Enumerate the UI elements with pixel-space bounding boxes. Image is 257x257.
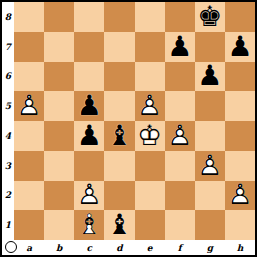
white-pawn-outline: ♙: [225, 181, 255, 211]
white-pawn-outline: ♙: [195, 151, 225, 181]
square-f8[interactable]: [165, 2, 195, 32]
white-to-move-indicator: [5, 241, 17, 253]
file-label-h: h: [225, 240, 255, 255]
file-label-e: e: [135, 240, 165, 255]
white-pawn[interactable]: ♟♙: [14, 91, 44, 121]
square-c5[interactable]: ♟: [74, 91, 104, 121]
square-h5[interactable]: [225, 91, 255, 121]
square-f3[interactable]: [165, 151, 195, 181]
square-f5[interactable]: [165, 91, 195, 121]
black-pawn[interactable]: ♟: [225, 32, 255, 62]
square-a8[interactable]: [14, 2, 44, 32]
square-g3[interactable]: ♟♙: [195, 151, 225, 181]
square-a3[interactable]: [14, 151, 44, 181]
square-c7[interactable]: [74, 32, 104, 62]
square-e4[interactable]: ♚♔: [135, 121, 165, 151]
rank-label-8: 8: [2, 2, 14, 32]
black-king-glyph: ♚: [195, 2, 225, 32]
white-pawn[interactable]: ♟♙: [74, 181, 104, 211]
square-h6[interactable]: [225, 62, 255, 92]
square-e2[interactable]: [135, 181, 165, 211]
square-d7[interactable]: [104, 32, 134, 62]
square-e6[interactable]: [135, 62, 165, 92]
black-bishop[interactable]: ♝: [104, 121, 134, 151]
black-pawn[interactable]: ♟: [74, 121, 104, 151]
square-d3[interactable]: [104, 151, 134, 181]
square-c1[interactable]: ♝♗: [74, 210, 104, 240]
square-h7[interactable]: ♟: [225, 32, 255, 62]
square-d6[interactable]: [104, 62, 134, 92]
file-label-d: d: [104, 240, 134, 255]
black-bishop[interactable]: ♝: [104, 210, 134, 240]
square-e3[interactable]: [135, 151, 165, 181]
black-pawn[interactable]: ♟: [195, 62, 225, 92]
square-f2[interactable]: [165, 181, 195, 211]
square-g8[interactable]: ♚: [195, 2, 225, 32]
black-pawn[interactable]: ♟: [165, 32, 195, 62]
square-f6[interactable]: [165, 62, 195, 92]
square-g1[interactable]: [195, 210, 225, 240]
rank-label-1: 1: [2, 210, 14, 240]
chess-diagram: 87654321 ♚♟♟♟♟♙♟♟♙♟♝♚♔♟♙♟♙♟♙♟♙♝♗♝ abcdef…: [0, 0, 257, 257]
square-b8[interactable]: [44, 2, 74, 32]
square-d8[interactable]: [104, 2, 134, 32]
square-a5[interactable]: ♟♙: [14, 91, 44, 121]
white-bishop-outline: ♗: [74, 210, 104, 240]
black-pawn-glyph: ♟: [195, 62, 225, 92]
white-pawn[interactable]: ♟♙: [135, 91, 165, 121]
black-bishop-glyph: ♝: [104, 121, 134, 151]
square-h8[interactable]: [225, 2, 255, 32]
rank-label-6: 6: [2, 62, 14, 92]
black-bishop-glyph: ♝: [104, 210, 134, 240]
square-c2[interactable]: ♟♙: [74, 181, 104, 211]
square-f7[interactable]: ♟: [165, 32, 195, 62]
square-b5[interactable]: [44, 91, 74, 121]
file-label-b: b: [44, 240, 74, 255]
rank-label-7: 7: [2, 32, 14, 62]
square-d1[interactable]: ♝: [104, 210, 134, 240]
square-b3[interactable]: [44, 151, 74, 181]
square-e5[interactable]: ♟♙: [135, 91, 165, 121]
white-pawn[interactable]: ♟♙: [165, 121, 195, 151]
square-g6[interactable]: ♟: [195, 62, 225, 92]
chess-board: ♚♟♟♟♟♙♟♟♙♟♝♚♔♟♙♟♙♟♙♟♙♝♗♝: [14, 2, 255, 240]
black-pawn-glyph: ♟: [74, 91, 104, 121]
square-e1[interactable]: [135, 210, 165, 240]
file-labels: abcdefgh: [14, 240, 255, 255]
square-b1[interactable]: [44, 210, 74, 240]
square-e7[interactable]: [135, 32, 165, 62]
square-a4[interactable]: [14, 121, 44, 151]
square-h2[interactable]: ♟♙: [225, 181, 255, 211]
file-label-a: a: [14, 240, 44, 255]
white-pawn-outline: ♙: [74, 181, 104, 211]
square-c3[interactable]: [74, 151, 104, 181]
white-bishop[interactable]: ♝♗: [74, 210, 104, 240]
black-pawn-glyph: ♟: [165, 32, 195, 62]
rank-label-2: 2: [2, 181, 14, 211]
rank-label-4: 4: [2, 121, 14, 151]
square-c8[interactable]: [74, 2, 104, 32]
white-pawn-outline: ♙: [165, 121, 195, 151]
square-b2[interactable]: [44, 181, 74, 211]
square-a2[interactable]: [14, 181, 44, 211]
square-h3[interactable]: [225, 151, 255, 181]
square-g7[interactable]: [195, 32, 225, 62]
black-pawn[interactable]: ♟: [74, 91, 104, 121]
white-pawn-outline: ♙: [14, 91, 44, 121]
square-a7[interactable]: [14, 32, 44, 62]
white-pawn[interactable]: ♟♙: [195, 151, 225, 181]
square-a1[interactable]: [14, 210, 44, 240]
square-c6[interactable]: [74, 62, 104, 92]
white-pawn[interactable]: ♟♙: [225, 181, 255, 211]
file-label-g: g: [195, 240, 225, 255]
black-pawn-glyph: ♟: [225, 32, 255, 62]
square-b6[interactable]: [44, 62, 74, 92]
file-label-c: c: [74, 240, 104, 255]
white-pawn-outline: ♙: [135, 91, 165, 121]
square-d2[interactable]: [104, 181, 134, 211]
square-b7[interactable]: [44, 32, 74, 62]
square-g5[interactable]: [195, 91, 225, 121]
rank-labels: 87654321: [2, 2, 14, 240]
square-e8[interactable]: [135, 2, 165, 32]
rank-label-5: 5: [2, 91, 14, 121]
square-b4[interactable]: [44, 121, 74, 151]
white-king[interactable]: ♚♔: [135, 121, 165, 151]
square-h4[interactable]: [225, 121, 255, 151]
square-d4[interactable]: ♝: [104, 121, 134, 151]
white-king-outline: ♔: [135, 121, 165, 151]
square-a6[interactable]: [14, 62, 44, 92]
file-label-f: f: [165, 240, 195, 255]
square-f1[interactable]: [165, 210, 195, 240]
square-g2[interactable]: [195, 181, 225, 211]
rank-label-3: 3: [2, 151, 14, 181]
square-f4[interactable]: ♟♙: [165, 121, 195, 151]
square-c4[interactable]: ♟: [74, 121, 104, 151]
square-d5[interactable]: [104, 91, 134, 121]
square-g4[interactable]: [195, 121, 225, 151]
black-pawn-glyph: ♟: [74, 121, 104, 151]
square-h1[interactable]: [225, 210, 255, 240]
black-king[interactable]: ♚: [195, 2, 225, 32]
